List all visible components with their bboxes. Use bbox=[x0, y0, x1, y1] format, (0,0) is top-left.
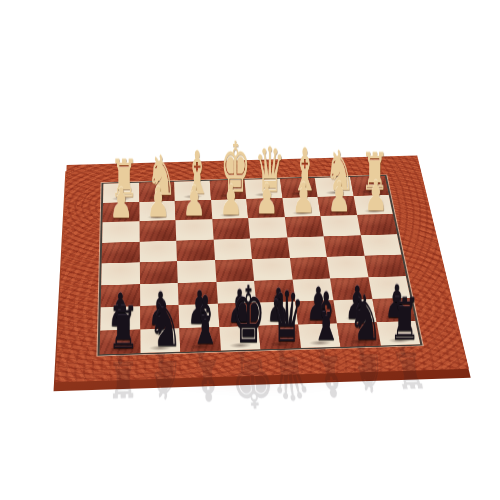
square-b8: ♞♞ bbox=[337, 322, 380, 347]
square-e8: ♚♚ bbox=[219, 326, 261, 351]
chess-board-field: ♜♜♞♞♝♝♚♚♛♛♝♝♞♞♜♜♟♟♟♟♟♟♟♟♟♟♟♟♟♟♟♟♟♟♟♟♟♟♟♟… bbox=[98, 175, 423, 356]
square-g8: ♞♞ bbox=[140, 328, 180, 353]
black-queen-piece: ♛ bbox=[270, 284, 292, 350]
black-rook-reflection: ♜ bbox=[389, 346, 422, 393]
square-a4 bbox=[360, 234, 401, 256]
white-pawn-piece: ♟ bbox=[110, 184, 133, 224]
black-knight-piece: ♞ bbox=[148, 295, 172, 354]
square-b2: ♟♟ bbox=[318, 196, 357, 216]
square-h8: ♜♜ bbox=[100, 329, 140, 354]
perspective-scene: ♜♜♞♞♝♝♚♚♛♛♝♝♞♞♜♜♟♟♟♟♟♟♟♟♟♟♟♟♟♟♟♟♟♟♟♟♟♟♟♟… bbox=[0, 0, 500, 500]
square-a2: ♟♟ bbox=[353, 195, 393, 215]
square-b3 bbox=[321, 215, 361, 236]
black-rook-reflection: ♜ bbox=[107, 355, 132, 402]
square-a8: ♜♜ bbox=[376, 321, 420, 346]
square-c8: ♝♝ bbox=[298, 323, 341, 348]
black-rook-piece: ♜ bbox=[389, 292, 413, 347]
square-f3 bbox=[175, 219, 213, 240]
square-h4 bbox=[102, 241, 140, 263]
photo-backdrop: ♜♜♞♞♝♝♚♚♛♛♝♝♞♞♜♜♟♟♟♟♟♟♟♟♟♟♟♟♟♟♟♟♟♟♟♟♟♟♟♟… bbox=[0, 0, 500, 500]
black-rook-piece: ♜ bbox=[108, 301, 132, 356]
square-a3 bbox=[357, 214, 397, 235]
square-g4 bbox=[139, 240, 177, 262]
square-f8: ♝♝ bbox=[179, 327, 220, 352]
square-e2: ♟♟ bbox=[211, 199, 249, 220]
white-pawn-piece: ♟ bbox=[328, 178, 350, 218]
square-b5 bbox=[327, 256, 368, 278]
square-c4 bbox=[287, 236, 327, 258]
black-knight-reflection: ♞ bbox=[148, 354, 174, 405]
black-king-reflection: ♚ bbox=[229, 351, 259, 415]
black-knight-piece: ♞ bbox=[349, 289, 373, 348]
white-pawn-piece: ♟ bbox=[146, 183, 169, 223]
black-bishop-reflection: ♝ bbox=[309, 349, 341, 403]
black-bishop-reflection: ♝ bbox=[188, 353, 215, 407]
square-c3 bbox=[284, 216, 323, 237]
square-h5 bbox=[101, 262, 139, 285]
square-h3 bbox=[102, 221, 139, 242]
white-pawn-piece: ♟ bbox=[255, 180, 278, 220]
chess-board: ♜♜♞♞♝♝♚♚♛♛♝♝♞♞♜♜♟♟♟♟♟♟♟♟♟♟♟♟♟♟♟♟♟♟♟♟♟♟♟♟… bbox=[55, 156, 469, 383]
white-pawn-piece: ♟ bbox=[364, 177, 386, 216]
square-a5 bbox=[364, 255, 406, 277]
white-pawn-piece: ♟ bbox=[182, 182, 205, 222]
white-pawn-piece: ♟ bbox=[291, 179, 314, 219]
square-e3 bbox=[212, 218, 250, 239]
square-g5 bbox=[139, 261, 177, 284]
black-bishop-piece: ♝ bbox=[190, 290, 210, 353]
black-queen-reflection: ♛ bbox=[269, 350, 300, 407]
square-g2: ♟♟ bbox=[139, 201, 176, 222]
square-d3 bbox=[248, 217, 287, 238]
square-h2: ♟♟ bbox=[103, 202, 139, 223]
square-d4 bbox=[250, 237, 289, 259]
square-f5 bbox=[177, 260, 216, 283]
black-bishop-piece: ♝ bbox=[311, 286, 331, 349]
white-pawn-piece: ♟ bbox=[219, 181, 242, 221]
black-king-piece: ♚ bbox=[231, 277, 250, 351]
square-c2: ♟♟ bbox=[282, 197, 321, 217]
